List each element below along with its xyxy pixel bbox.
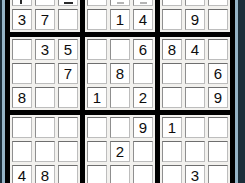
given-digit: 8	[18, 90, 26, 105]
cell-r3c4[interactable]	[87, 9, 107, 30]
cell-r7c4[interactable]	[87, 117, 107, 138]
sudoku-box-4: 3578	[10, 37, 80, 110]
cell-r2c6[interactable]	[133, 0, 153, 6]
cell-r5c4[interactable]	[87, 63, 107, 84]
cell-r6c1[interactable]: 8	[12, 87, 32, 108]
given-digit: 4	[18, 168, 26, 183]
cell-r8c7[interactable]	[162, 141, 182, 162]
cell-r3c3[interactable]	[58, 9, 78, 30]
cell-r4c7[interactable]: 8	[162, 39, 182, 60]
cell-r2c9[interactable]	[208, 0, 228, 6]
cell-r5c2[interactable]	[35, 63, 55, 84]
cell-r7c2[interactable]	[35, 117, 55, 138]
cell-r6c6[interactable]: 2	[133, 87, 153, 108]
board-viewport: 37149357868128469489213	[5, 0, 235, 183]
given-digit: 1	[168, 120, 176, 135]
cell-r4c3[interactable]: 5	[58, 39, 78, 60]
cell-r2c2[interactable]	[35, 0, 55, 6]
cell-r9c5[interactable]	[110, 165, 130, 183]
cell-r2c7[interactable]	[162, 0, 182, 6]
cell-r5c7[interactable]	[162, 63, 182, 84]
given-digit: 4	[139, 12, 147, 27]
cell-r9c9[interactable]	[208, 165, 228, 183]
given-digit: 2	[116, 144, 124, 159]
cell-r9c8[interactable]: 3	[185, 165, 205, 183]
cell-r6c5[interactable]	[110, 87, 130, 108]
given-digit: 8	[168, 42, 176, 57]
cell-r4c1[interactable]	[12, 39, 32, 60]
given-digit: 1	[93, 90, 101, 105]
cell-r7c7[interactable]: 1	[162, 117, 182, 138]
cell-r7c1[interactable]	[12, 117, 32, 138]
cell-r6c8[interactable]	[185, 87, 205, 108]
cell-r7c8[interactable]	[185, 117, 205, 138]
cell-r8c2[interactable]	[35, 141, 55, 162]
sudoku-box-8: 92	[85, 115, 155, 183]
cell-r9c1[interactable]: 4	[12, 165, 32, 183]
given-digit: 9	[214, 90, 222, 105]
given-digit: 9	[191, 12, 199, 27]
cell-r3c1[interactable]: 3	[12, 9, 32, 30]
cell-r4c9[interactable]	[208, 39, 228, 60]
cell-r4c8[interactable]: 4	[185, 39, 205, 60]
cell-r8c5[interactable]: 2	[110, 141, 130, 162]
cell-r2c4[interactable]	[87, 0, 107, 6]
given-digit: 1	[116, 12, 124, 27]
cell-r5c8[interactable]	[185, 63, 205, 84]
cell-r6c9[interactable]: 9	[208, 87, 228, 108]
cell-r9c4[interactable]	[87, 165, 107, 183]
cell-r8c3[interactable]	[58, 141, 78, 162]
cell-r2c5[interactable]	[110, 0, 130, 6]
cell-r6c4[interactable]: 1	[87, 87, 107, 108]
cell-r7c3[interactable]	[58, 117, 78, 138]
cell-r9c6[interactable]	[133, 165, 153, 183]
cell-r6c2[interactable]	[35, 87, 55, 108]
cell-r4c4[interactable]	[87, 39, 107, 60]
cell-r3c6[interactable]: 4	[133, 9, 153, 30]
given-digit: 8	[41, 168, 49, 183]
given-digit: 8	[116, 66, 124, 81]
cell-r6c3[interactable]	[58, 87, 78, 108]
cell-r5c9[interactable]: 6	[208, 63, 228, 84]
app-window: 37149357868128469489213	[0, 0, 245, 183]
cell-r3c8[interactable]: 9	[185, 9, 205, 30]
cell-r3c7[interactable]	[162, 9, 182, 30]
cell-r2c1[interactable]	[12, 0, 32, 6]
given-digit: 7	[64, 66, 72, 81]
cell-r3c9[interactable]	[208, 9, 228, 30]
cell-r4c5[interactable]	[110, 39, 130, 60]
cell-r8c9[interactable]	[208, 141, 228, 162]
digit-fragment	[117, 2, 124, 4]
given-digit: 3	[41, 42, 49, 57]
sudoku-board: 37149357868128469489213	[5, 0, 235, 183]
cell-r4c2[interactable]: 3	[35, 39, 55, 60]
cell-r8c8[interactable]	[185, 141, 205, 162]
cell-r6c7[interactable]	[162, 87, 182, 108]
cell-r5c3[interactable]: 7	[58, 63, 78, 84]
digit-fragment	[20, 0, 22, 4]
cell-r2c3[interactable]	[58, 0, 78, 6]
given-digit: 4	[191, 42, 199, 57]
cell-r8c6[interactable]	[133, 141, 153, 162]
cell-r5c5[interactable]: 8	[110, 63, 130, 84]
sudoku-box-5: 6812	[85, 37, 155, 110]
sudoku-box-7: 48	[10, 115, 80, 183]
given-digit: 9	[139, 120, 147, 135]
given-digit: 5	[64, 42, 72, 57]
given-digit: 2	[139, 90, 147, 105]
cell-r7c9[interactable]	[208, 117, 228, 138]
digit-fragment	[64, 2, 73, 4]
cell-r8c4[interactable]	[87, 141, 107, 162]
cell-r5c6[interactable]	[133, 63, 153, 84]
given-digit: 3	[18, 12, 26, 27]
sudoku-box-1: 37	[10, 0, 80, 32]
cell-r7c5[interactable]	[110, 117, 130, 138]
sudoku-box-2: 14	[85, 0, 155, 32]
given-digit: 7	[41, 12, 49, 27]
cell-r4c6[interactable]: 6	[133, 39, 153, 60]
cell-r9c3[interactable]	[58, 165, 78, 183]
cell-r5c1[interactable]	[12, 63, 32, 84]
sudoku-box-6: 8469	[160, 37, 230, 110]
given-digit: 6	[139, 42, 147, 57]
cell-r8c1[interactable]	[12, 141, 32, 162]
cell-r9c2[interactable]: 8	[35, 165, 55, 183]
cell-r7c6[interactable]: 9	[133, 117, 153, 138]
cell-r2c8[interactable]	[185, 0, 205, 6]
sudoku-box-3: 9	[160, 0, 230, 32]
window-inner-edge-right	[235, 0, 238, 183]
cell-r9c7[interactable]	[162, 165, 182, 183]
given-digit: 3	[191, 168, 199, 183]
cell-r3c2[interactable]: 7	[35, 9, 55, 30]
given-digit: 6	[214, 66, 222, 81]
sudoku-box-9: 13	[160, 115, 230, 183]
cell-r3c5[interactable]: 1	[110, 9, 130, 30]
digit-fragment	[140, 2, 147, 4]
